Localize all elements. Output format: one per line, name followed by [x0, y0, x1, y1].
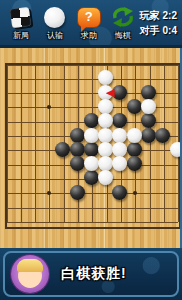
score-display: 玩家 2:2 对手 0:4: [140, 5, 180, 38]
stone-black: [141, 128, 156, 143]
resign-label: 认输: [47, 31, 63, 40]
player-score: 玩家 2:2: [140, 8, 177, 23]
stone-black: [112, 85, 127, 100]
help-button[interactable]: ? 求助: [72, 5, 106, 40]
stone-white: [170, 142, 182, 157]
resign-button[interactable]: 认输: [38, 5, 72, 40]
stone-white: [112, 128, 127, 143]
stone-white: [98, 128, 113, 143]
opponent-score: 对手 0:4: [140, 23, 177, 38]
stone-black: [155, 128, 170, 143]
stone-black: [112, 185, 127, 200]
stone-white: [84, 128, 99, 143]
stone-white: [127, 128, 142, 143]
stone-black: [70, 128, 85, 143]
gomoku-app: 新局 认输 ? 求助 悔棋 玩家 2:2: [0, 0, 182, 300]
status-banner: 白棋获胜!: [3, 251, 179, 297]
new-game-label: 新局: [13, 31, 29, 40]
stone-black: [141, 85, 156, 100]
new-game-checkered-cube-icon: [9, 5, 33, 29]
new-game-button[interactable]: 新局: [4, 5, 38, 40]
help-question-bubble-icon: ?: [77, 5, 101, 29]
stone-black: [127, 142, 142, 157]
resign-white-ball-icon: [43, 5, 67, 29]
status-panel: 白棋获胜!: [0, 248, 182, 300]
stone-white: [98, 142, 113, 157]
undo-button[interactable]: 悔棋: [106, 5, 140, 40]
stone-white: [141, 99, 156, 114]
stone-white: [84, 156, 99, 171]
stone-black: [127, 99, 142, 114]
stone-black: [70, 185, 85, 200]
stone-black: [84, 142, 99, 157]
stone-black: [127, 156, 142, 171]
stone-white: [98, 99, 113, 114]
stone-black: [70, 156, 85, 171]
win-message: 白棋获胜!: [61, 265, 127, 283]
undo-label: 悔棋: [115, 31, 131, 40]
undo-green-arrows-icon: [111, 5, 135, 29]
help-label: 求助: [81, 31, 97, 40]
blonde-girl-flower-avatar: [11, 255, 49, 293]
stone-black: [70, 142, 85, 157]
stone-black: [84, 113, 99, 128]
goban-board[interactable]: [0, 48, 182, 248]
toolbar: 新局 认输 ? 求助 悔棋 玩家 2:2: [0, 0, 182, 48]
stone-black: [55, 142, 70, 157]
